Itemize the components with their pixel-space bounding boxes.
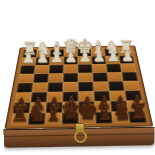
square-r7c6: ♞ [111, 112, 129, 124]
square-r3c3 [63, 73, 78, 82]
square-r5c4 [78, 91, 94, 101]
white-queen-piece: ♛ [61, 37, 79, 57]
square-r2c3 [63, 65, 78, 74]
square-r7c0: ♜ [10, 113, 28, 125]
board-tilt-wrapper: ♜♞♝♛♚♝♞♜♟♟♟♟♟♟♟♟♟♟♟♟♟♟♟♟♜♞♝♛♚♝♞♜ [0, 0, 155, 155]
square-r3c7 [121, 72, 137, 81]
square-r3c4 [77, 73, 92, 82]
square-r7c5: ♝ [95, 112, 113, 124]
square-r2c6 [106, 64, 122, 73]
square-r3c6 [107, 72, 123, 81]
square-r1c6: ♟ [105, 56, 120, 64]
square-r1c2: ♟ [49, 57, 63, 65]
chess-board: ♜♞♝♛♚♝♞♜♟♟♟♟♟♟♟♟♟♟♟♟♟♟♟♟♜♞♝♛♚♝♞♜ [10, 48, 146, 125]
square-r7c2: ♝ [44, 113, 61, 125]
square-r3c5 [92, 73, 108, 82]
square-r5c3 [62, 92, 78, 102]
square-r2c5 [91, 64, 106, 73]
square-r5c5 [93, 91, 110, 101]
square-r1c7: ♟ [118, 56, 133, 64]
square-r2c2 [48, 65, 63, 74]
square-r6c0: ♟ [12, 102, 30, 113]
square-r2c1 [34, 65, 49, 74]
square-r4c2 [47, 82, 63, 92]
board-frame: ♜♞♝♛♚♝♞♜♟♟♟♟♟♟♟♟♟♟♟♟♟♟♟♟♜♞♝♛♚♝♞♜ [4, 46, 153, 130]
square-r4c3 [62, 82, 77, 92]
square-r6c2: ♟ [45, 102, 62, 113]
square-r3c0 [18, 74, 34, 83]
square-r7c1: ♞ [27, 113, 45, 125]
square-r2c4 [77, 64, 92, 73]
square-r1c1: ♟ [35, 57, 50, 65]
square-r6c5: ♟ [94, 101, 111, 112]
square-r5c0 [14, 92, 31, 102]
square-r4c7 [123, 81, 140, 91]
white-rook-piece: ♜ [21, 40, 37, 58]
square-r3c1 [33, 74, 49, 83]
square-r7c7: ♜ [127, 111, 146, 123]
square-r1c0: ♟ [21, 57, 36, 65]
white-bishop-piece: ♝ [90, 39, 106, 57]
square-r6c3: ♟ [62, 102, 78, 113]
square-r5c2 [46, 92, 62, 102]
square-r5c1 [30, 92, 47, 102]
square-r4c5 [93, 81, 109, 91]
chess-set-photo: ♜♞♝♛♚♝♞♜♟♟♟♟♟♟♟♟♟♟♟♟♟♟♟♟♜♞♝♛♚♝♞♜ [0, 0, 155, 155]
white-king-piece: ♚ [75, 37, 93, 57]
square-r6c4: ♟ [78, 101, 95, 112]
white-rook-piece: ♜ [117, 38, 133, 56]
square-r1c4: ♟ [77, 56, 91, 64]
square-r4c1 [31, 83, 47, 93]
square-r6c6: ♟ [110, 101, 128, 112]
square-r2c7 [120, 64, 136, 73]
square-r5c7 [124, 90, 142, 100]
square-r1c5: ♟ [91, 56, 106, 64]
white-knight-piece: ♞ [35, 40, 51, 58]
square-r4c0 [16, 83, 33, 93]
white-bishop-piece: ♝ [48, 39, 64, 57]
square-r1c3: ♟ [63, 57, 77, 65]
square-r5c6 [109, 91, 126, 101]
white-knight-piece: ♞ [103, 38, 119, 56]
square-r2c0 [19, 65, 35, 74]
square-r4c4 [78, 82, 94, 92]
chess-board-box: ♜♞♝♛♚♝♞♜♟♟♟♟♟♟♟♟♟♟♟♟♟♟♟♟♜♞♝♛♚♝♞♜ [4, 46, 153, 130]
square-r3c2 [48, 73, 63, 82]
square-r0c3: ♛ [63, 49, 77, 57]
square-r6c7: ♟ [126, 101, 144, 112]
square-r4c6 [108, 81, 125, 91]
square-r6c1: ♟ [29, 102, 46, 113]
